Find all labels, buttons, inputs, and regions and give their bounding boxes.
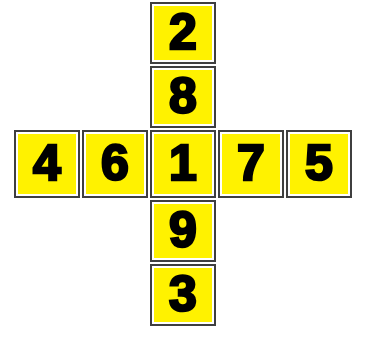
number-cross-board: 2 8 4 6 1 7 5 9 3 (14, 2, 352, 326)
cell-r1c3[interactable]: 2 (150, 2, 216, 64)
cell-digit: 7 (237, 138, 265, 188)
cell-r4c3[interactable]: 9 (150, 200, 216, 262)
puzzle-canvas: 2 8 4 6 1 7 5 9 3 (0, 0, 366, 338)
cell-r3c5[interactable]: 5 (286, 130, 352, 198)
cell-digit: 2 (169, 7, 197, 57)
cell-digit: 5 (305, 138, 333, 188)
cell-r3c3-center[interactable]: 1 (150, 130, 216, 198)
cell-r3c4[interactable]: 7 (218, 130, 284, 198)
cell-digit: 4 (33, 138, 61, 188)
cell-digit: 8 (169, 71, 197, 121)
cell-digit: 6 (101, 138, 129, 188)
cell-r2c3[interactable]: 8 (150, 66, 216, 128)
cell-digit: 9 (169, 205, 197, 255)
cell-r5c3[interactable]: 3 (150, 264, 216, 326)
cell-digit: 1 (169, 138, 197, 188)
cell-r3c1[interactable]: 4 (14, 130, 80, 198)
cell-digit: 3 (169, 269, 197, 319)
cell-r3c2[interactable]: 6 (82, 130, 148, 198)
